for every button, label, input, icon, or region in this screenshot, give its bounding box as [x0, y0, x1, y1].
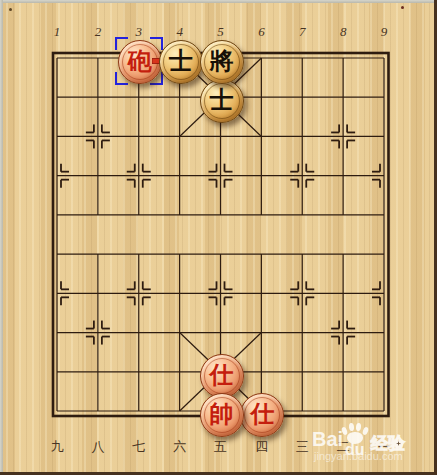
top-file-label-9: 9 — [372, 24, 396, 39]
piece-glyph: 仕 — [210, 363, 234, 387]
piece-glyph: 士 — [169, 49, 193, 73]
piece-glyph: 仕 — [250, 402, 274, 426]
bottom-file-label-2: 八 — [86, 439, 110, 454]
frame-dot — [9, 8, 12, 11]
piece-glyph: 士 — [210, 88, 234, 112]
frame-dot — [401, 6, 404, 9]
bottom-file-label-7: 三 — [290, 439, 314, 454]
piece-glyph: 將 — [210, 49, 234, 73]
top-file-label-6: 6 — [249, 24, 273, 39]
bottom-file-label-4: 六 — [168, 439, 192, 454]
watermark-url: jingyan.baidu.com — [314, 450, 403, 462]
baidu-jingyan-watermark: Bai du 经验 jingyan.baidu.com — [312, 424, 432, 466]
top-file-label-1: 1 — [45, 24, 69, 39]
top-file-label-5: 5 — [209, 24, 233, 39]
window-frame-top — [0, 0, 437, 3]
watermark-brand-left: Bai — [312, 428, 343, 450]
top-file-label-4: 4 — [168, 24, 192, 39]
bottom-file-label-6: 四 — [249, 439, 273, 454]
top-file-label-8: 8 — [331, 24, 355, 39]
top-file-label-7: 7 — [290, 24, 314, 39]
piece-glyph: 砲 — [128, 49, 152, 73]
window-frame-left — [0, 0, 3, 475]
piece-black-advisor-b[interactable]: 士 — [200, 79, 244, 123]
xiangqi-app-window: 123456789 九八七六五四三二一 砲士士將仕仕帥 Bai du 经验 ji… — [0, 0, 437, 475]
bottom-file-label-3: 七 — [127, 439, 151, 454]
bottom-file-label-1: 九 — [45, 439, 69, 454]
piece-red-advisor-a[interactable]: 仕 — [200, 354, 244, 398]
top-file-label-2: 2 — [86, 24, 110, 39]
piece-black-advisor-a[interactable]: 士 — [159, 40, 203, 84]
piece-black-general[interactable]: 將 — [200, 40, 244, 84]
piece-red-general[interactable]: 帥 — [200, 393, 244, 437]
bottom-file-label-5: 五 — [209, 439, 233, 454]
piece-glyph: 帥 — [210, 402, 234, 426]
